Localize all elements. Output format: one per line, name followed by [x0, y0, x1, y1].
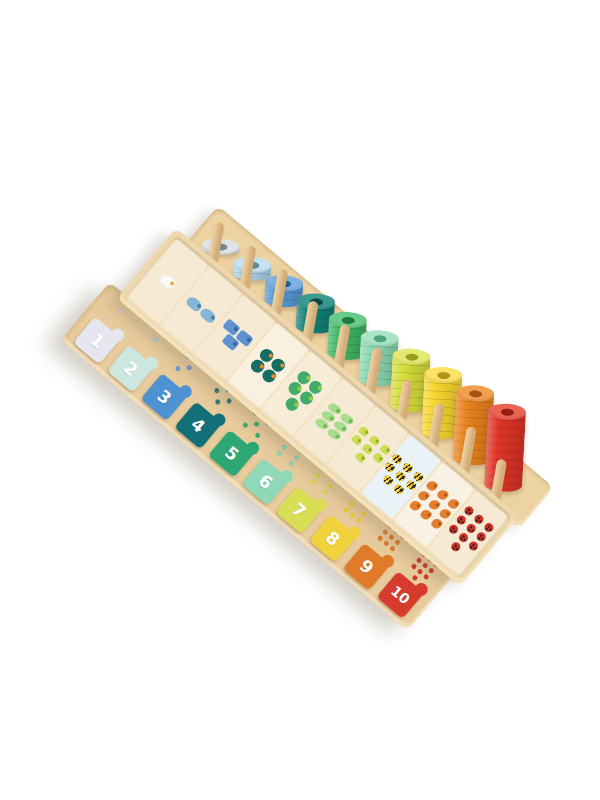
- ladybug-icon: [450, 540, 463, 553]
- count-dot: [327, 482, 334, 489]
- count-dot: [254, 432, 261, 439]
- count-dot: [314, 472, 321, 479]
- ladybug-icon: [475, 530, 488, 543]
- count-dot: [355, 517, 362, 524]
- tile-number-label: 4: [188, 415, 208, 436]
- ladybug-icon: [473, 512, 486, 525]
- ladybug-icon: [483, 521, 496, 534]
- count-dot: [214, 398, 221, 405]
- bee-icon: [393, 483, 406, 496]
- squirrel-icon: [436, 488, 450, 502]
- ladybug-icon: [457, 531, 470, 544]
- squirrel-icon: [408, 499, 422, 513]
- ring-hole: [500, 408, 513, 416]
- count-dot: [343, 506, 350, 513]
- counting-board-toy: 12345678910: [63, 184, 536, 626]
- count-dot: [288, 460, 295, 467]
- ring-stack-10: [484, 411, 526, 493]
- count-dot: [118, 307, 125, 314]
- whale-icon: [199, 306, 218, 325]
- tile-number-label: 1: [87, 330, 107, 351]
- ring-stack-body: [484, 411, 526, 493]
- tile-number-label: 5: [222, 443, 242, 464]
- count-dot: [417, 568, 424, 575]
- tile-number-label: 6: [256, 472, 276, 493]
- count-dot: [382, 529, 389, 536]
- count-dot: [422, 562, 429, 569]
- count-dot: [293, 454, 300, 461]
- tile-number-label: 7: [289, 500, 309, 521]
- count-dot: [349, 512, 356, 519]
- count-dot: [226, 397, 233, 404]
- count-dot: [423, 573, 430, 580]
- product-photo: 12345678910: [0, 0, 600, 800]
- squirrel-icon: [438, 507, 452, 521]
- count-dot: [276, 450, 283, 457]
- ladybug-icon: [447, 522, 460, 535]
- count-dot: [281, 444, 288, 451]
- ring-hole: [341, 316, 354, 324]
- dove-icon: [159, 272, 178, 290]
- squirrel-icon: [417, 489, 431, 503]
- count-dot: [174, 365, 181, 372]
- ring-hole: [468, 390, 481, 398]
- train-icon: [236, 329, 255, 347]
- squirrel-icon: [430, 517, 444, 531]
- count-dot: [360, 511, 367, 518]
- count-dot: [416, 557, 423, 564]
- squirrel-icon: [419, 508, 433, 522]
- count-dot: [389, 545, 396, 552]
- count-dot: [213, 387, 220, 394]
- count-dot: [309, 478, 316, 485]
- ladybug-icon: [455, 513, 468, 526]
- tile-number-label: 3: [154, 387, 174, 408]
- count-dot: [383, 540, 390, 547]
- tile-number-label: 10: [388, 583, 412, 606]
- count-dot: [411, 574, 418, 581]
- tile-number-label: 8: [323, 528, 343, 549]
- squirrel-icon: [425, 479, 439, 493]
- count-dot: [348, 500, 355, 507]
- count-dot: [377, 535, 384, 542]
- ladybug-icon: [467, 539, 480, 552]
- count-dot: [394, 539, 401, 546]
- count-dot: [410, 563, 417, 570]
- squirrel-icon: [446, 497, 460, 511]
- count-dot: [322, 488, 329, 495]
- count-dot: [428, 567, 435, 574]
- tile-number-label: 2: [121, 358, 141, 379]
- count-dot: [242, 422, 249, 429]
- count-dot: [152, 336, 159, 343]
- ladybug-icon: [465, 522, 478, 535]
- squirrel-icon: [427, 498, 441, 512]
- count-dot: [388, 534, 395, 541]
- bee-icon: [405, 479, 418, 492]
- ring-hole: [405, 353, 418, 361]
- ring-hole: [373, 334, 386, 342]
- bee-icon: [382, 474, 395, 487]
- tile-number-label: 9: [357, 556, 377, 577]
- bee-icon: [384, 461, 397, 474]
- ring-hole: [437, 371, 450, 379]
- ladybug-icon: [463, 504, 476, 517]
- count-dot: [186, 364, 193, 371]
- count-dot: [253, 421, 260, 428]
